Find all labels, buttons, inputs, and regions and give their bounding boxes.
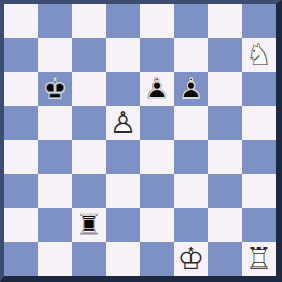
pawn-outline-glyph: ♙ <box>106 106 140 140</box>
square-b3[interactable] <box>38 174 72 208</box>
square-f6[interactable]: ♟♙ <box>174 72 208 106</box>
square-c4[interactable] <box>72 140 106 174</box>
square-d5[interactable]: ♟♙ <box>106 106 140 140</box>
square-d1[interactable] <box>106 242 140 276</box>
pawn-fill-glyph: ♟ <box>174 72 208 106</box>
square-g8[interactable] <box>208 4 242 38</box>
square-g7[interactable] <box>208 38 242 72</box>
square-d6[interactable] <box>106 72 140 106</box>
white-pawn-d5[interactable]: ♟♙ <box>106 106 140 140</box>
black-rook-c2[interactable]: ♜♖ <box>72 208 106 242</box>
chess-board: ♞♘♚♔♟♙♟♙♟♙♜♖♚♔♜♖ <box>0 0 282 282</box>
square-e6[interactable]: ♟♙ <box>140 72 174 106</box>
knight-outline-glyph: ♘ <box>242 38 276 72</box>
square-b6[interactable]: ♚♔ <box>38 72 72 106</box>
square-a8[interactable] <box>4 4 38 38</box>
square-h4[interactable] <box>242 140 276 174</box>
square-f3[interactable] <box>174 174 208 208</box>
black-king-b6[interactable]: ♚♔ <box>38 72 72 106</box>
square-h8[interactable] <box>242 4 276 38</box>
king-fill-glyph: ♚ <box>38 72 72 106</box>
square-h2[interactable] <box>242 208 276 242</box>
board-grid: ♞♘♚♔♟♙♟♙♟♙♜♖♚♔♜♖ <box>4 4 276 276</box>
pawn-outline-glyph: ♙ <box>174 72 208 106</box>
rook-outline-glyph: ♖ <box>72 208 106 242</box>
king-fill-glyph: ♚ <box>174 242 208 276</box>
white-king-f1[interactable]: ♚♔ <box>174 242 208 276</box>
square-a4[interactable] <box>4 140 38 174</box>
square-a1[interactable] <box>4 242 38 276</box>
rook-fill-glyph: ♜ <box>72 208 106 242</box>
square-g4[interactable] <box>208 140 242 174</box>
square-f1[interactable]: ♚♔ <box>174 242 208 276</box>
square-c3[interactable] <box>72 174 106 208</box>
square-f4[interactable] <box>174 140 208 174</box>
square-f7[interactable] <box>174 38 208 72</box>
square-h6[interactable] <box>242 72 276 106</box>
square-a3[interactable] <box>4 174 38 208</box>
square-e3[interactable] <box>140 174 174 208</box>
square-a6[interactable] <box>4 72 38 106</box>
square-h3[interactable] <box>242 174 276 208</box>
square-d4[interactable] <box>106 140 140 174</box>
black-pawn-f6[interactable]: ♟♙ <box>174 72 208 106</box>
black-pawn-e6[interactable]: ♟♙ <box>140 72 174 106</box>
square-f8[interactable] <box>174 4 208 38</box>
rook-outline-glyph: ♖ <box>242 242 276 276</box>
square-c2[interactable]: ♜♖ <box>72 208 106 242</box>
rook-fill-glyph: ♜ <box>242 242 276 276</box>
king-outline-glyph: ♔ <box>174 242 208 276</box>
square-b4[interactable] <box>38 140 72 174</box>
square-a2[interactable] <box>4 208 38 242</box>
square-b5[interactable] <box>38 106 72 140</box>
square-h7[interactable]: ♞♘ <box>242 38 276 72</box>
square-c1[interactable] <box>72 242 106 276</box>
pawn-fill-glyph: ♟ <box>106 106 140 140</box>
square-e2[interactable] <box>140 208 174 242</box>
pawn-fill-glyph: ♟ <box>140 72 174 106</box>
square-c7[interactable] <box>72 38 106 72</box>
square-e4[interactable] <box>140 140 174 174</box>
square-c8[interactable] <box>72 4 106 38</box>
white-knight-h7[interactable]: ♞♘ <box>242 38 276 72</box>
pawn-outline-glyph: ♙ <box>140 72 174 106</box>
square-g6[interactable] <box>208 72 242 106</box>
square-b7[interactable] <box>38 38 72 72</box>
square-h5[interactable] <box>242 106 276 140</box>
square-g3[interactable] <box>208 174 242 208</box>
square-b2[interactable] <box>38 208 72 242</box>
white-rook-h1[interactable]: ♜♖ <box>242 242 276 276</box>
king-outline-glyph: ♔ <box>38 72 72 106</box>
square-f2[interactable] <box>174 208 208 242</box>
square-c6[interactable] <box>72 72 106 106</box>
square-g5[interactable] <box>208 106 242 140</box>
square-d3[interactable] <box>106 174 140 208</box>
square-a7[interactable] <box>4 38 38 72</box>
square-b8[interactable] <box>38 4 72 38</box>
square-d7[interactable] <box>106 38 140 72</box>
square-e7[interactable] <box>140 38 174 72</box>
square-e1[interactable] <box>140 242 174 276</box>
square-f5[interactable] <box>174 106 208 140</box>
square-h1[interactable]: ♜♖ <box>242 242 276 276</box>
square-a5[interactable] <box>4 106 38 140</box>
square-g2[interactable] <box>208 208 242 242</box>
square-c5[interactable] <box>72 106 106 140</box>
square-d2[interactable] <box>106 208 140 242</box>
knight-fill-glyph: ♞ <box>242 38 276 72</box>
square-e8[interactable] <box>140 4 174 38</box>
square-g1[interactable] <box>208 242 242 276</box>
square-d8[interactable] <box>106 4 140 38</box>
square-e5[interactable] <box>140 106 174 140</box>
square-b1[interactable] <box>38 242 72 276</box>
